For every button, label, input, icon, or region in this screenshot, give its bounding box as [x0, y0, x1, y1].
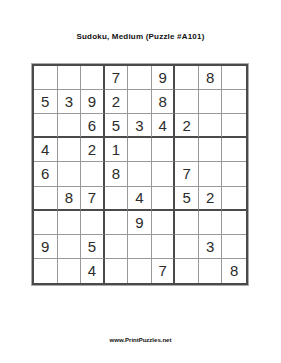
cell-r4c5	[128, 138, 152, 162]
puzzle-title: Sudoku, Medium (Puzzle #A101)	[0, 32, 281, 41]
cell-r1c5	[128, 66, 152, 90]
cell-r5c1: 6	[34, 162, 58, 186]
cell-r6c7: 5	[175, 187, 199, 211]
cell-r5c7: 7	[175, 162, 199, 186]
cell-r9c5	[128, 259, 152, 283]
cell-r8c1: 9	[34, 235, 58, 259]
cell-r1c9	[222, 66, 246, 90]
cell-r9c4	[105, 259, 129, 283]
cell-r4c4: 1	[105, 138, 129, 162]
cell-r1c6: 9	[152, 66, 176, 90]
cell-r3c6: 4	[152, 114, 176, 138]
cell-r8c3: 5	[81, 235, 105, 259]
cell-r4c1: 4	[34, 138, 58, 162]
cell-r3c8	[199, 114, 223, 138]
cell-r8c6	[152, 235, 176, 259]
cell-r1c8: 8	[199, 66, 223, 90]
cell-r3c1	[34, 114, 58, 138]
cell-r3c2	[58, 114, 82, 138]
cell-r7c6	[152, 211, 176, 235]
cell-r6c8: 2	[199, 187, 223, 211]
cell-r9c1	[34, 259, 58, 283]
cell-r8c8: 3	[199, 235, 223, 259]
cell-r2c8	[199, 90, 223, 114]
cell-r7c4	[105, 211, 129, 235]
cell-r5c3	[81, 162, 105, 186]
cell-r4c8	[199, 138, 223, 162]
cell-r5c8	[199, 162, 223, 186]
cell-r7c5: 9	[128, 211, 152, 235]
cell-r2c2: 3	[58, 90, 82, 114]
cell-r7c2	[58, 211, 82, 235]
cell-r2c5	[128, 90, 152, 114]
cell-r4c2	[58, 138, 82, 162]
cell-r1c2	[58, 66, 82, 90]
footer-url: www.PrintPuzzles.net	[0, 337, 281, 343]
cell-r5c6	[152, 162, 176, 186]
cell-r8c7	[175, 235, 199, 259]
cell-r8c9	[222, 235, 246, 259]
cell-r6c6	[152, 187, 176, 211]
cell-r5c2	[58, 162, 82, 186]
cell-r4c6	[152, 138, 176, 162]
cell-r9c6: 7	[152, 259, 176, 283]
cell-r3c4: 5	[105, 114, 129, 138]
cell-r7c8	[199, 211, 223, 235]
cell-r7c1	[34, 211, 58, 235]
cell-r9c8	[199, 259, 223, 283]
cell-r1c3	[81, 66, 105, 90]
cell-r6c5: 4	[128, 187, 152, 211]
cell-r9c2	[58, 259, 82, 283]
cell-r6c3: 7	[81, 187, 105, 211]
sudoku-grid: 7985392865342421687874529953478	[32, 64, 248, 285]
cell-r9c3: 4	[81, 259, 105, 283]
cell-r5c5	[128, 162, 152, 186]
cell-r4c7	[175, 138, 199, 162]
cell-r5c9	[222, 162, 246, 186]
cell-r6c9	[222, 187, 246, 211]
cell-r9c9: 8	[222, 259, 246, 283]
cell-r7c9	[222, 211, 246, 235]
cell-r2c6: 8	[152, 90, 176, 114]
cell-r2c4: 2	[105, 90, 129, 114]
cell-r8c2	[58, 235, 82, 259]
cell-r4c9	[222, 138, 246, 162]
cell-r1c1	[34, 66, 58, 90]
cell-r1c4: 7	[105, 66, 129, 90]
cell-r6c1	[34, 187, 58, 211]
cell-r6c4	[105, 187, 129, 211]
cell-r6c2: 8	[58, 187, 82, 211]
cell-r8c4	[105, 235, 129, 259]
cell-r2c1: 5	[34, 90, 58, 114]
cell-r3c3: 6	[81, 114, 105, 138]
cell-r9c7	[175, 259, 199, 283]
cell-r3c7: 2	[175, 114, 199, 138]
puzzle-page: Sudoku, Medium (Puzzle #A101) 7985392865…	[0, 0, 281, 363]
cell-r7c3	[81, 211, 105, 235]
cell-r2c9	[222, 90, 246, 114]
cell-r8c5	[128, 235, 152, 259]
cell-r2c7	[175, 90, 199, 114]
cell-r5c4: 8	[105, 162, 129, 186]
cell-r1c7	[175, 66, 199, 90]
cell-r3c9	[222, 114, 246, 138]
cell-r7c7	[175, 211, 199, 235]
cell-r4c3: 2	[81, 138, 105, 162]
cell-r2c3: 9	[81, 90, 105, 114]
cell-r3c5: 3	[128, 114, 152, 138]
